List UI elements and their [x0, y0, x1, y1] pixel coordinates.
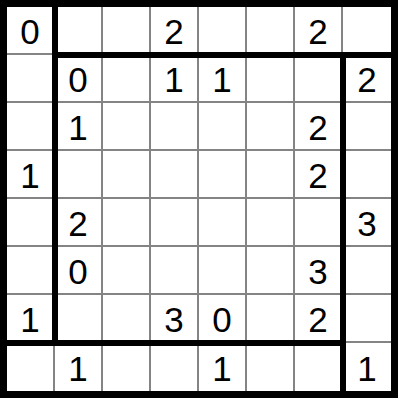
cell-r4c7[interactable]: 2	[295, 151, 343, 199]
cell-r1c2[interactable]	[55, 7, 103, 55]
cell-r7c8[interactable]	[343, 295, 391, 343]
cell-r4c3[interactable]	[103, 151, 151, 199]
cell-r5c7[interactable]	[295, 199, 343, 247]
clue-digit: 2	[68, 203, 87, 241]
cell-r5c1[interactable]	[7, 199, 55, 247]
clue-digit: 3	[164, 299, 183, 337]
cell-r6c2[interactable]: 0	[55, 247, 103, 295]
cell-r7c1[interactable]: 1	[7, 295, 55, 343]
cell-r4c1[interactable]: 1	[7, 151, 55, 199]
puzzle-grid: 0220112121223031302111	[7, 7, 391, 391]
cell-r4c2[interactable]	[55, 151, 103, 199]
cell-r7c6[interactable]	[247, 295, 295, 343]
cell-r6c7[interactable]: 3	[295, 247, 343, 295]
cell-r7c4[interactable]: 3	[151, 295, 199, 343]
cell-r8c1[interactable]	[7, 343, 55, 391]
cell-r1c5[interactable]	[199, 7, 247, 55]
cell-r6c8[interactable]	[343, 247, 391, 295]
cell-r1c6[interactable]	[247, 7, 295, 55]
cell-r8c6[interactable]	[247, 343, 295, 391]
region-border-bottom-arm	[7, 340, 346, 346]
puzzle-board: 0220112121223031302111	[0, 0, 398, 398]
cell-r2c3[interactable]	[103, 55, 151, 103]
clue-digit: 2	[308, 299, 327, 337]
cell-r5c5[interactable]	[199, 199, 247, 247]
cell-r2c4[interactable]: 1	[151, 55, 199, 103]
cell-r5c3[interactable]	[103, 199, 151, 247]
cell-r5c6[interactable]	[247, 199, 295, 247]
cell-r8c7[interactable]	[295, 343, 343, 391]
clue-digit: 3	[357, 203, 376, 241]
cell-r4c5[interactable]	[199, 151, 247, 199]
cell-r4c4[interactable]	[151, 151, 199, 199]
clue-digit: 2	[164, 11, 183, 49]
cell-r2c8[interactable]: 2	[343, 55, 391, 103]
cell-r1c4[interactable]: 2	[151, 7, 199, 55]
cell-r6c1[interactable]	[7, 247, 55, 295]
cell-r2c5[interactable]: 1	[199, 55, 247, 103]
cell-r2c7[interactable]	[295, 55, 343, 103]
cell-r7c5[interactable]: 0	[199, 295, 247, 343]
cell-r3c3[interactable]	[103, 103, 151, 151]
clue-digit: 3	[308, 251, 327, 289]
cell-r6c5[interactable]	[199, 247, 247, 295]
clue-digit: 0	[212, 299, 231, 337]
clue-digit: 1	[212, 348, 231, 386]
clue-digit: 1	[68, 348, 87, 386]
cell-r3c6[interactable]	[247, 103, 295, 151]
cell-r3c2[interactable]: 1	[55, 103, 103, 151]
clue-digit: 0	[68, 59, 87, 97]
cell-r8c2[interactable]: 1	[55, 343, 103, 391]
cell-r8c4[interactable]	[151, 343, 199, 391]
cell-r1c7[interactable]: 2	[295, 7, 343, 55]
cell-r6c6[interactable]	[247, 247, 295, 295]
clue-digit: 0	[68, 251, 87, 289]
clue-digit: 2	[357, 59, 376, 97]
clue-digit: 1	[20, 155, 39, 193]
clue-digit: 0	[20, 11, 39, 49]
cell-r7c7[interactable]: 2	[295, 295, 343, 343]
clue-digit: 2	[308, 11, 327, 49]
cell-r5c2[interactable]: 2	[55, 199, 103, 247]
clue-digit: 1	[357, 348, 376, 386]
cell-r1c8[interactable]	[343, 7, 391, 55]
clue-digit: 1	[212, 59, 231, 97]
cell-r3c4[interactable]	[151, 103, 199, 151]
clue-digit: 2	[308, 107, 327, 145]
clue-digit: 1	[164, 59, 183, 97]
cell-r3c8[interactable]	[343, 103, 391, 151]
cell-r6c3[interactable]	[103, 247, 151, 295]
cell-r8c8[interactable]: 1	[343, 343, 391, 391]
cell-r3c1[interactable]	[7, 103, 55, 151]
cell-r4c6[interactable]	[247, 151, 295, 199]
cell-r3c5[interactable]	[199, 103, 247, 151]
cell-r8c5[interactable]: 1	[199, 343, 247, 391]
cell-r7c3[interactable]	[103, 295, 151, 343]
cell-r4c8[interactable]	[343, 151, 391, 199]
clue-digit: 2	[308, 155, 327, 193]
cell-r8c3[interactable]	[103, 343, 151, 391]
cell-r1c3[interactable]	[103, 7, 151, 55]
cell-r2c6[interactable]	[247, 55, 295, 103]
cell-r5c8[interactable]: 3	[343, 199, 391, 247]
clue-digit: 1	[68, 107, 87, 145]
cell-r5c4[interactable]	[151, 199, 199, 247]
cell-r2c1[interactable]	[7, 55, 55, 103]
cell-r7c2[interactable]	[55, 295, 103, 343]
cell-r6c4[interactable]	[151, 247, 199, 295]
clue-digit: 1	[20, 299, 39, 337]
cell-r3c7[interactable]: 2	[295, 103, 343, 151]
cell-r1c1[interactable]: 0	[7, 7, 55, 55]
cell-r2c2[interactable]: 0	[55, 55, 103, 103]
